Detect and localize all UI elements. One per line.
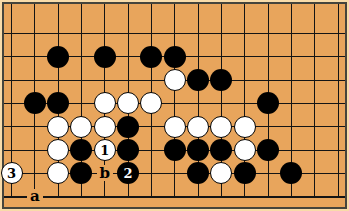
- white-stone: [187, 116, 209, 138]
- stone-number-label: 3: [7, 167, 16, 180]
- black-stone: [187, 139, 209, 161]
- black-stone: [257, 92, 279, 114]
- black-stone: [187, 69, 209, 91]
- black-stone: [47, 46, 69, 68]
- white-stone: [210, 116, 232, 138]
- black-stone: [70, 139, 92, 161]
- white-stone: 3: [1, 162, 23, 184]
- black-stone: [94, 46, 116, 68]
- black-stone: [234, 162, 256, 184]
- black-stone: [117, 139, 139, 161]
- white-stone: [164, 69, 186, 91]
- white-stone: [140, 92, 162, 114]
- black-stone: [24, 92, 46, 114]
- white-stone: [234, 139, 256, 161]
- black-stone: [140, 46, 162, 68]
- black-stone: [210, 69, 232, 91]
- black-stone: [187, 162, 209, 184]
- white-stone: [47, 162, 69, 184]
- white-stone: [210, 162, 232, 184]
- black-stone: [280, 162, 302, 184]
- black-stone: 2: [117, 162, 139, 184]
- white-stone: [94, 92, 116, 114]
- grid-line-horizontal: [4, 33, 345, 34]
- white-stone: [234, 116, 256, 138]
- go-board: ba132: [4, 4, 345, 207]
- black-stone: [47, 92, 69, 114]
- white-stone: 1: [94, 139, 116, 161]
- go-diagram: ba132: [0, 0, 349, 211]
- black-stone: [164, 46, 186, 68]
- black-stone: [117, 116, 139, 138]
- black-stone: [164, 139, 186, 161]
- black-stone: [210, 139, 232, 161]
- white-stone: [117, 92, 139, 114]
- white-stone: [47, 116, 69, 138]
- stone-number-label: 2: [124, 167, 133, 180]
- white-stone: [47, 139, 69, 161]
- point-letter-label: b: [97, 165, 113, 181]
- white-stone: [70, 116, 92, 138]
- white-stone: [94, 116, 116, 138]
- black-stone: [257, 139, 279, 161]
- white-stone: [164, 116, 186, 138]
- black-stone: [70, 162, 92, 184]
- board-bottom-edge-line: [4, 196, 345, 198]
- stone-number-label: 1: [100, 144, 109, 157]
- point-letter-label: a: [27, 189, 43, 205]
